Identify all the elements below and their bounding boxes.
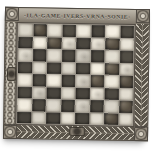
square-h2[interactable]	[119, 101, 133, 113]
square-g2[interactable]	[104, 100, 118, 112]
square-b3[interactable]	[32, 87, 46, 99]
corner-rosette-icon	[5, 7, 19, 21]
corner-rosette-icon	[134, 127, 148, 141]
square-a7[interactable]	[18, 37, 32, 49]
bottom-medallion-icon	[69, 127, 85, 136]
square-a4[interactable]	[18, 74, 32, 86]
square-b5[interactable]	[33, 62, 47, 74]
corner-rosette-icon	[3, 125, 17, 139]
square-c2[interactable]	[46, 100, 60, 112]
square-c5[interactable]	[47, 62, 61, 74]
square-f7[interactable]	[91, 38, 105, 50]
square-f5[interactable]	[90, 63, 104, 75]
square-b2[interactable]	[32, 99, 46, 111]
corner-rosette-icon	[136, 9, 150, 23]
square-e4[interactable]	[76, 75, 90, 87]
square-b7[interactable]	[33, 37, 47, 49]
square-h5[interactable]	[119, 63, 133, 75]
square-d5[interactable]	[62, 62, 76, 74]
square-g8[interactable]	[106, 25, 120, 37]
square-e1[interactable]	[75, 112, 89, 124]
square-g7[interactable]	[105, 38, 119, 50]
square-h4[interactable]	[119, 76, 133, 88]
square-b6[interactable]	[33, 49, 47, 61]
square-a6[interactable]	[18, 49, 32, 61]
square-c8[interactable]	[48, 25, 62, 37]
square-b8[interactable]	[33, 24, 47, 36]
square-h1[interactable]	[119, 113, 133, 125]
square-c1[interactable]	[46, 112, 60, 124]
square-a8[interactable]	[19, 24, 33, 36]
square-a2[interactable]	[17, 99, 31, 111]
square-e7[interactable]	[76, 37, 90, 49]
square-c3[interactable]	[47, 87, 61, 99]
square-f1[interactable]	[90, 113, 104, 125]
square-g3[interactable]	[105, 88, 119, 100]
square-g5[interactable]	[105, 63, 119, 75]
square-b4[interactable]	[32, 74, 46, 86]
square-h8[interactable]	[120, 26, 134, 38]
chessboard-photo: ·ILA·GAME·IVERS·VRNA·SONIE·	[0, 0, 155, 155]
square-e2[interactable]	[75, 100, 89, 112]
square-d7[interactable]	[62, 37, 76, 49]
square-d8[interactable]	[62, 25, 76, 37]
square-g4[interactable]	[105, 75, 119, 87]
chessboard: ·ILA·GAME·IVERS·VRNA·SONIE·	[3, 7, 150, 141]
square-h7[interactable]	[120, 38, 134, 50]
square-a1[interactable]	[17, 112, 31, 124]
square-h6[interactable]	[120, 51, 134, 63]
square-e3[interactable]	[76, 87, 90, 99]
square-g6[interactable]	[105, 50, 119, 62]
square-d1[interactable]	[61, 112, 75, 124]
square-f8[interactable]	[91, 25, 105, 37]
square-b1[interactable]	[32, 112, 46, 124]
square-f2[interactable]	[90, 100, 104, 112]
square-e6[interactable]	[76, 50, 90, 62]
left-medallion-icon	[7, 67, 16, 81]
square-d6[interactable]	[62, 50, 76, 62]
square-d4[interactable]	[61, 75, 75, 87]
square-h3[interactable]	[119, 88, 133, 100]
board-grid	[15, 22, 136, 127]
square-c6[interactable]	[47, 50, 61, 62]
square-c4[interactable]	[47, 75, 61, 87]
square-e8[interactable]	[77, 25, 91, 37]
square-a3[interactable]	[18, 87, 32, 99]
square-d3[interactable]	[61, 87, 75, 99]
square-c7[interactable]	[47, 37, 61, 49]
square-g1[interactable]	[104, 113, 118, 125]
square-f3[interactable]	[90, 88, 104, 100]
square-e5[interactable]	[76, 62, 90, 74]
square-a5[interactable]	[18, 62, 32, 74]
square-d2[interactable]	[61, 100, 75, 112]
square-f6[interactable]	[91, 50, 105, 62]
square-f4[interactable]	[90, 75, 104, 87]
